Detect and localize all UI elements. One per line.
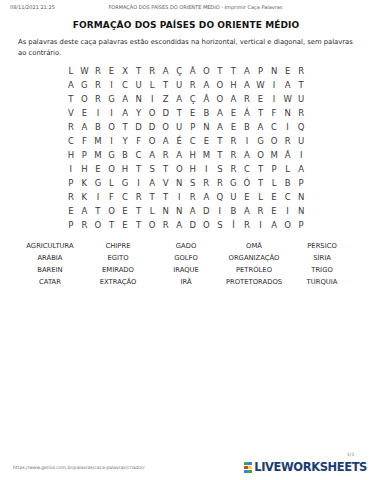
grid-cell: A bbox=[200, 190, 214, 204]
grid-cell: G bbox=[105, 92, 119, 106]
grid-cell: R bbox=[132, 190, 146, 204]
word-item: IRAQUE bbox=[152, 264, 220, 276]
grid-cell: A bbox=[159, 64, 173, 78]
grid-cell: I bbox=[105, 78, 119, 92]
grid-cell: T bbox=[132, 64, 146, 78]
logo-color-square bbox=[244, 462, 248, 465]
grid-cell: M bbox=[91, 148, 105, 162]
grid-cell: E bbox=[118, 204, 132, 218]
grid-cell: E bbox=[78, 106, 92, 120]
grid-cell: R bbox=[91, 92, 105, 106]
grid-cell: R bbox=[78, 218, 92, 232]
liveworksheets-logo: LIVEWORKSHEETS bbox=[244, 460, 367, 474]
grid-cell: R bbox=[91, 78, 105, 92]
grid-cell: S bbox=[186, 176, 200, 190]
grid-cell: R bbox=[281, 134, 295, 148]
grid-cell: A bbox=[267, 218, 281, 232]
grid-cell: Y bbox=[118, 134, 132, 148]
grid-cell: S bbox=[213, 162, 227, 176]
grid-cell: T bbox=[91, 204, 105, 218]
word-item: TRIGO bbox=[288, 264, 356, 276]
grid-cell: X bbox=[118, 64, 132, 78]
word-list: AGRICULTURAARÁBIABAREINCATARCHIPREEGITOE… bbox=[16, 240, 356, 288]
grid-cell: S bbox=[213, 218, 227, 232]
grid-cell: Ã bbox=[281, 148, 295, 162]
grid-cell: L bbox=[254, 190, 268, 204]
grid-cell: O bbox=[254, 148, 268, 162]
grid-cell: C bbox=[132, 148, 146, 162]
grid-cell: G bbox=[105, 148, 119, 162]
grid-cell: Ç bbox=[172, 64, 186, 78]
word-item: CHIPRE bbox=[84, 240, 152, 252]
word-item: CATAR bbox=[16, 276, 84, 288]
grid-cell: M bbox=[267, 148, 281, 162]
grid-cell: E bbox=[64, 204, 78, 218]
grid-cell: P bbox=[186, 120, 200, 134]
grid-cell: E bbox=[186, 106, 200, 120]
grid-cell: R bbox=[186, 78, 200, 92]
grid-cell: Z bbox=[159, 92, 173, 106]
word-item: GOLFO bbox=[152, 252, 220, 264]
grid-cell: P bbox=[78, 148, 92, 162]
grid-cell: G bbox=[118, 176, 132, 190]
grid-cell: A bbox=[78, 120, 92, 134]
grid-cell: E bbox=[200, 134, 214, 148]
grid-cell: T bbox=[213, 64, 227, 78]
grid-cell: T bbox=[132, 218, 146, 232]
grid-cell: A bbox=[118, 106, 132, 120]
grid-cell: O bbox=[105, 120, 119, 134]
grid-cell: L bbox=[64, 64, 78, 78]
grid-cell: A bbox=[186, 204, 200, 218]
grid-cell: T bbox=[145, 190, 159, 204]
grid-cell: R bbox=[145, 64, 159, 78]
grid-cell: H bbox=[118, 162, 132, 176]
word-item: EXTRAÇÃO bbox=[84, 276, 152, 288]
grid-cell: S bbox=[145, 162, 159, 176]
grid-cell: D bbox=[145, 120, 159, 134]
grid-cell: O bbox=[213, 92, 227, 106]
grid-cell: B bbox=[240, 120, 254, 134]
grid-cell: A bbox=[294, 162, 308, 176]
grid-cell: I bbox=[254, 218, 268, 232]
grid-cell: V bbox=[64, 106, 78, 120]
grid-cell: I bbox=[172, 190, 186, 204]
grid-cell: A bbox=[118, 92, 132, 106]
page-title: FORMAÇÃO DOS PAÍSES DO ORIENTE MÉDIO bbox=[0, 20, 372, 30]
grid-cell: W bbox=[281, 92, 295, 106]
grid-cell: R bbox=[91, 64, 105, 78]
grid-cell: Y bbox=[132, 106, 146, 120]
grid-cell: T bbox=[294, 78, 308, 92]
grid-cell: E bbox=[267, 204, 281, 218]
print-header: 08/11/2021 21:25 FORMAÇÃO DOS PAÍSES DO … bbox=[10, 4, 362, 10]
grid-cell: D bbox=[132, 120, 146, 134]
grid-cell: Ç bbox=[186, 92, 200, 106]
grid-cell: E bbox=[227, 120, 241, 134]
grid-cell: T bbox=[159, 162, 173, 176]
word-list-column: PÉRSICOSÍRIATRIGOTURQUIA bbox=[288, 240, 356, 288]
logo-color-square bbox=[248, 470, 252, 473]
grid-cell: A bbox=[213, 120, 227, 134]
grid-cell: I bbox=[200, 162, 214, 176]
grid-cell: I bbox=[281, 120, 295, 134]
grid-cell: K bbox=[78, 190, 92, 204]
word-list-column: OMÃORGANIZAÇÃOPETRÓLEOPROTETORADOS bbox=[220, 240, 288, 288]
grid-cell: E bbox=[240, 190, 254, 204]
grid-cell: I bbox=[145, 92, 159, 106]
word-item: PÉRSICO bbox=[288, 240, 356, 252]
grid-cell: N bbox=[267, 64, 281, 78]
grid-cell: Q bbox=[213, 190, 227, 204]
grid-cell: A bbox=[240, 148, 254, 162]
grid-cell: O bbox=[267, 134, 281, 148]
grid-cell: L bbox=[105, 176, 119, 190]
grid-cell: T bbox=[213, 134, 227, 148]
grid-cell: N bbox=[200, 120, 214, 134]
word-item: PETRÓLEO bbox=[220, 264, 288, 276]
grid-cell: E bbox=[105, 64, 119, 78]
grid-cell: Á bbox=[240, 106, 254, 120]
grid-cell: N bbox=[294, 190, 308, 204]
grid-cell: T bbox=[118, 120, 132, 134]
logo-color-square bbox=[248, 462, 252, 465]
grid-cell: R bbox=[227, 134, 241, 148]
grid-cell: F bbox=[267, 106, 281, 120]
grid-cell: A bbox=[227, 92, 241, 106]
print-footer-page-number: 1/1 bbox=[347, 452, 354, 457]
grid-cell: R bbox=[159, 218, 173, 232]
grid-cell: O bbox=[145, 134, 159, 148]
grid-cell: A bbox=[281, 78, 295, 92]
word-item: BAREIN bbox=[16, 264, 84, 276]
grid-cell: Í bbox=[227, 218, 241, 232]
grid-cell: R bbox=[254, 204, 268, 218]
grid-cell: F bbox=[132, 134, 146, 148]
grid-cell: Ã bbox=[186, 64, 200, 78]
grid-cell: T bbox=[132, 162, 146, 176]
grid-cell: I bbox=[64, 162, 78, 176]
word-item: OMÃ bbox=[220, 240, 288, 252]
grid-cell: A bbox=[200, 78, 214, 92]
grid-cell: N bbox=[294, 204, 308, 218]
grid-cell: G bbox=[91, 176, 105, 190]
grid-cell: T bbox=[64, 92, 78, 106]
grid-cell: U bbox=[227, 190, 241, 204]
word-list-column: AGRICULTURAARÁBIABAREINCATAR bbox=[16, 240, 84, 288]
grid-cell: R bbox=[294, 64, 308, 78]
grid-cell: R bbox=[159, 148, 173, 162]
grid-cell: H bbox=[227, 78, 241, 92]
grid-cell: A bbox=[172, 148, 186, 162]
print-header-doc-title: FORMAÇÃO DOS PAÍSES DO ORIENTE MÉDIO - I… bbox=[55, 4, 362, 10]
logo-color-square bbox=[244, 466, 248, 469]
grid-cell: O bbox=[105, 204, 119, 218]
word-item: AGRICULTURA bbox=[16, 240, 84, 252]
grid-cell: G bbox=[254, 134, 268, 148]
grid-cell: T bbox=[254, 176, 268, 190]
grid-cell: P bbox=[64, 218, 78, 232]
grid-cell: Ã bbox=[200, 92, 214, 106]
grid-cell: O bbox=[145, 106, 159, 120]
grid-cell: I bbox=[267, 92, 281, 106]
grid-cell: E bbox=[267, 190, 281, 204]
liveworksheets-logo-text: LIVEWORKSHEETS bbox=[254, 460, 367, 474]
word-list-column: GADOGOLFOIRAQUEIRÃ bbox=[152, 240, 220, 288]
word-item: IRÃ bbox=[152, 276, 220, 288]
grid-cell: A bbox=[78, 204, 92, 218]
grid-cell: C bbox=[240, 162, 254, 176]
grid-cell: A bbox=[240, 78, 254, 92]
grid-cell: H bbox=[186, 162, 200, 176]
grid-cell: R bbox=[64, 190, 78, 204]
grid-cell: N bbox=[159, 204, 173, 218]
liveworksheets-grid-icon bbox=[244, 462, 253, 474]
grid-cell: H bbox=[78, 162, 92, 176]
grid-cell: C bbox=[267, 120, 281, 134]
grid-cell: D bbox=[200, 204, 214, 218]
grid-cell: H bbox=[186, 148, 200, 162]
grid-cell: R bbox=[186, 190, 200, 204]
grid-cell: W bbox=[78, 64, 92, 78]
grid-cell: O bbox=[200, 218, 214, 232]
grid-cell: L bbox=[145, 78, 159, 92]
grid-cell: N bbox=[281, 106, 295, 120]
grid-cell: R bbox=[227, 162, 241, 176]
grid-cell: T bbox=[213, 148, 227, 162]
grid-cell: U bbox=[294, 134, 308, 148]
grid-cell: P bbox=[64, 176, 78, 190]
grid-cell: P bbox=[294, 176, 308, 190]
grid-cell: R bbox=[240, 218, 254, 232]
print-footer-url: https://www.geniol.com.br/palavras/caca-… bbox=[13, 465, 145, 470]
grid-cell: I bbox=[267, 78, 281, 92]
grid-cell: T bbox=[159, 190, 173, 204]
grid-cell: F bbox=[78, 134, 92, 148]
grid-cell: L bbox=[145, 204, 159, 218]
grid-cell: A bbox=[240, 64, 254, 78]
grid-cell: I bbox=[294, 148, 308, 162]
grid-cell: O bbox=[159, 120, 173, 134]
grid-cell: P bbox=[294, 218, 308, 232]
grid-cell: R bbox=[213, 176, 227, 190]
grid-cell: A bbox=[172, 92, 186, 106]
grid-cell: T bbox=[132, 204, 146, 218]
grid-cell: O bbox=[200, 64, 214, 78]
instructions-text: As palavras deste caça palavras estão es… bbox=[18, 37, 357, 59]
grid-cell: I bbox=[240, 134, 254, 148]
grid-cell: N bbox=[172, 204, 186, 218]
grid-cell: U bbox=[132, 78, 146, 92]
word-item: GADO bbox=[152, 240, 220, 252]
grid-cell: A bbox=[213, 106, 227, 120]
grid-cell: I bbox=[132, 176, 146, 190]
grid-cell: É bbox=[172, 134, 186, 148]
grid-cell: E bbox=[254, 92, 268, 106]
word-item: EMIRADO bbox=[84, 264, 152, 276]
word-item: TURQUIA bbox=[288, 276, 356, 288]
grid-cell: V bbox=[159, 176, 173, 190]
grid-cell: I bbox=[281, 204, 295, 218]
grid-cell: C bbox=[186, 134, 200, 148]
grid-cell: U bbox=[172, 120, 186, 134]
grid-cell: O bbox=[91, 218, 105, 232]
grid-cell: O bbox=[145, 218, 159, 232]
logo-color-square bbox=[244, 470, 248, 473]
grid-cell: A bbox=[254, 120, 268, 134]
grid-cell: U bbox=[172, 78, 186, 92]
grid-cell: A bbox=[145, 148, 159, 162]
grid-cell: B bbox=[91, 120, 105, 134]
grid-cell: H bbox=[64, 148, 78, 162]
grid-cell: G bbox=[227, 176, 241, 190]
grid-cell: I bbox=[213, 204, 227, 218]
grid-cell: Ó bbox=[240, 176, 254, 190]
grid-cell: N bbox=[172, 176, 186, 190]
word-item: ARÁBIA bbox=[16, 252, 84, 264]
word-list-column: CHIPREEGITOEMIRADOEXTRAÇÃO bbox=[84, 240, 152, 288]
grid-cell: Q bbox=[294, 120, 308, 134]
grid-cell: I bbox=[105, 134, 119, 148]
grid-cell: R bbox=[227, 148, 241, 162]
grid-cell: D bbox=[186, 218, 200, 232]
grid-cell: T bbox=[105, 218, 119, 232]
grid-cell: I bbox=[105, 106, 119, 120]
grid-cell: O bbox=[213, 78, 227, 92]
grid-cell: A bbox=[64, 78, 78, 92]
grid-cell: C bbox=[118, 190, 132, 204]
grid-cell: C bbox=[64, 134, 78, 148]
word-item: SÍRIA bbox=[288, 252, 356, 264]
grid-cell: P bbox=[254, 64, 268, 78]
logo-color-square bbox=[248, 466, 252, 469]
grid-cell: A bbox=[172, 218, 186, 232]
grid-cell: N bbox=[132, 92, 146, 106]
grid-cell: K bbox=[78, 176, 92, 190]
grid-cell: P bbox=[267, 162, 281, 176]
grid-cell: M bbox=[91, 134, 105, 148]
grid-cell: O bbox=[105, 162, 119, 176]
grid-cell: B bbox=[118, 148, 132, 162]
grid-cell: B bbox=[227, 204, 241, 218]
grid-cell: O bbox=[78, 92, 92, 106]
grid-cell: E bbox=[91, 162, 105, 176]
grid-cell: C bbox=[281, 190, 295, 204]
grid-cell: T bbox=[254, 162, 268, 176]
print-header-datetime: 08/11/2021 21:25 bbox=[10, 4, 55, 10]
grid-cell: A bbox=[145, 176, 159, 190]
grid-cell: E bbox=[118, 218, 132, 232]
grid-cell: C bbox=[118, 78, 132, 92]
grid-cell: L bbox=[267, 176, 281, 190]
word-item: EGITO bbox=[84, 252, 152, 264]
grid-cell: T bbox=[159, 78, 173, 92]
grid-cell: R bbox=[200, 176, 214, 190]
word-item: ORGANIZAÇÃO bbox=[220, 252, 288, 264]
grid-cell: E bbox=[281, 64, 295, 78]
grid-cell: T bbox=[254, 106, 268, 120]
grid-cell: U bbox=[294, 92, 308, 106]
grid-cell: I bbox=[91, 190, 105, 204]
grid-cell: R bbox=[240, 92, 254, 106]
grid-cell: G bbox=[78, 78, 92, 92]
grid-cell: E bbox=[227, 106, 241, 120]
grid-cell: M bbox=[200, 148, 214, 162]
grid-cell: A bbox=[240, 204, 254, 218]
grid-cell: F bbox=[105, 190, 119, 204]
word-item: PROTETORADOS bbox=[220, 276, 288, 288]
grid-cell: I bbox=[91, 106, 105, 120]
letter-grid: LWREXTRAÇÃOTTAPNERAGRICULTURAOHAWIATTORG… bbox=[64, 64, 308, 232]
grid-cell: R bbox=[294, 106, 308, 120]
grid-cell: A bbox=[159, 134, 173, 148]
grid-cell: O bbox=[281, 218, 295, 232]
grid-cell: B bbox=[281, 176, 295, 190]
grid-cell: B bbox=[200, 106, 214, 120]
grid-cell: O bbox=[172, 162, 186, 176]
grid-cell: T bbox=[172, 106, 186, 120]
grid-cell: W bbox=[254, 78, 268, 92]
grid-cell: T bbox=[227, 64, 241, 78]
grid-cell: R bbox=[64, 120, 78, 134]
grid-cell: L bbox=[281, 162, 295, 176]
grid-cell: D bbox=[159, 106, 173, 120]
